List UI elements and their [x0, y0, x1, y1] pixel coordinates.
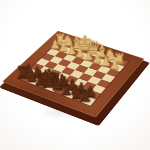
square-a8[interactable]: ♜ [81, 96, 96, 105]
piece-black-rook[interactable]: ♜ [67, 87, 104, 104]
chess-set-photo: ♜♞♝♚♛♝♞♜♟♟♟♟♟♟♟♟♟♟♟♟♟♟♟♟♜♞♝♚♛♝♞♜ [0, 0, 150, 150]
square-a2[interactable]: ♟ [111, 63, 124, 71]
piece-white-pawn[interactable]: ♟ [98, 59, 132, 71]
